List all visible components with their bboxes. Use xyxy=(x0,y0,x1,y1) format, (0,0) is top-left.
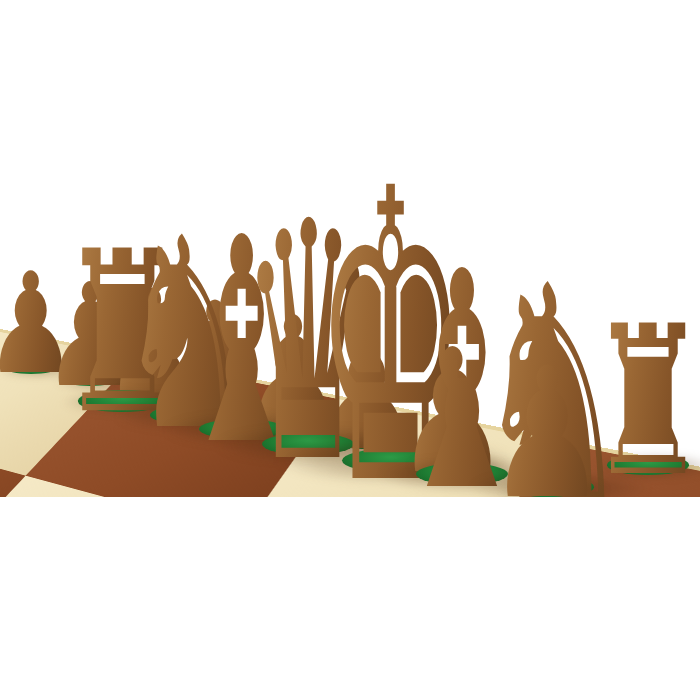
piece-pawn[interactable]: ♟ xyxy=(480,344,613,497)
chess-product-photo: ♟♟♟♜♟♞♟♝♟♛♚♟♜♝♞♟ xyxy=(0,0,700,700)
photo-band: ♟♟♟♜♟♞♟♝♟♛♚♟♜♝♞♟ xyxy=(0,0,700,497)
pieces-layer: ♟♟♟♜♟♞♟♝♟♛♚♟♜♝♞♟ xyxy=(0,0,700,497)
